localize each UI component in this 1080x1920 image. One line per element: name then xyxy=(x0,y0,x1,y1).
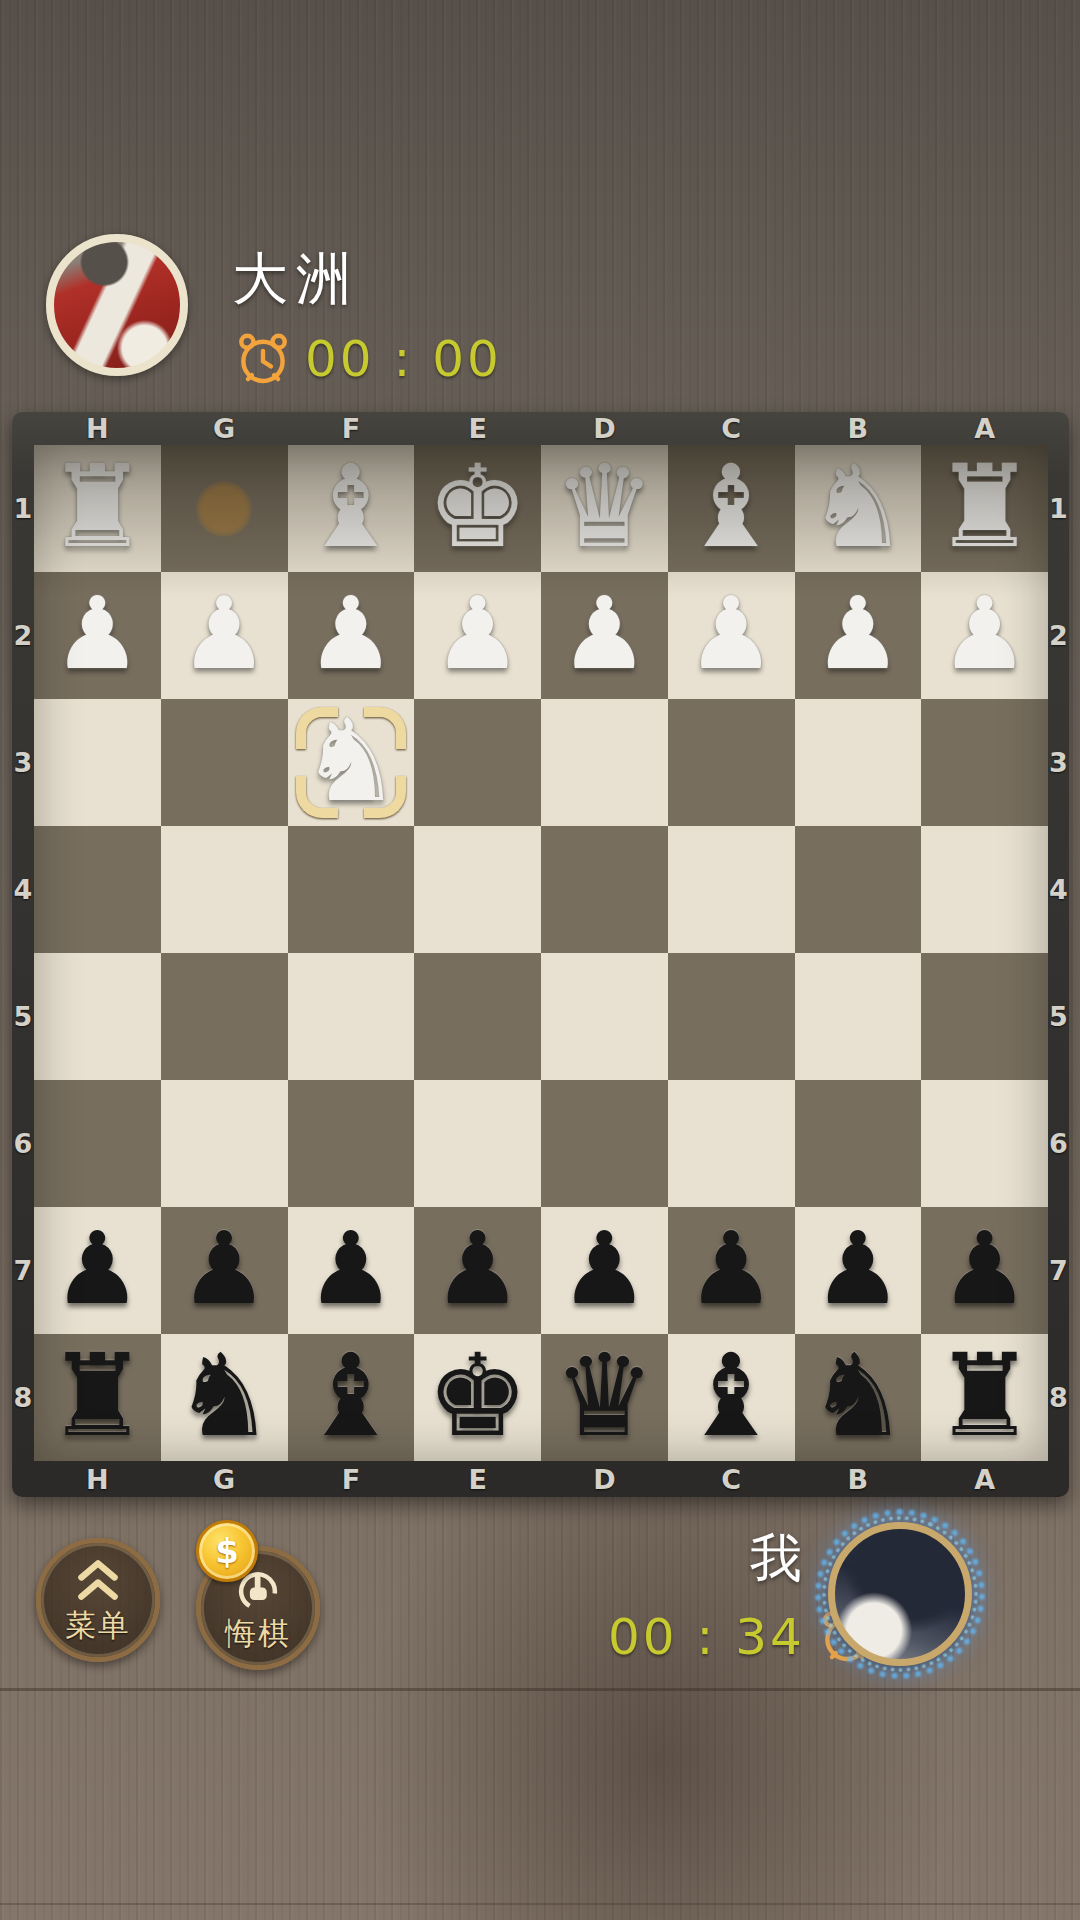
black-rook-h8[interactable]: ♜ xyxy=(46,1339,148,1453)
squares-grid: ♜♝♚♛♝♞♜♟♟♟♟♟♟♟♟♞♟♟♟♟♟♟♟♟♜♞♝♚♛♝♞♜ xyxy=(34,445,1048,1461)
double-chevron-up-icon xyxy=(72,1557,124,1603)
black-pawn-h7[interactable]: ♟ xyxy=(53,1219,143,1319)
file-label-a: A xyxy=(921,1461,1048,1497)
white-pawn-a2[interactable]: ♟ xyxy=(940,584,1030,684)
alarm-clock-icon xyxy=(235,331,291,387)
white-king-e1[interactable]: ♚ xyxy=(427,450,529,564)
rank-label-4: 4 xyxy=(1048,826,1069,953)
square-c7[interactable]: ♟ xyxy=(668,1207,795,1334)
square-c6[interactable] xyxy=(668,1080,795,1207)
square-h1[interactable]: ♜ xyxy=(34,445,161,572)
my-name: 我 xyxy=(750,1524,802,1594)
my-time: 00 : 34 xyxy=(608,1608,805,1666)
white-pawn-e2[interactable]: ♟ xyxy=(433,584,523,684)
rank-label-6: 6 xyxy=(12,1080,34,1207)
square-f3[interactable]: ♞ xyxy=(288,699,415,826)
square-e2[interactable]: ♟ xyxy=(414,572,541,699)
square-h8[interactable]: ♜ xyxy=(34,1334,161,1461)
rank-label-7: 7 xyxy=(1048,1207,1069,1334)
rank-labels-left: 12345678 xyxy=(12,445,34,1461)
rank-labels-right: 12345678 xyxy=(1048,445,1069,1461)
square-c8[interactable]: ♝ xyxy=(668,1334,795,1461)
white-pawn-b2[interactable]: ♟ xyxy=(813,584,903,684)
square-h7[interactable]: ♟ xyxy=(34,1207,161,1334)
square-e5[interactable] xyxy=(414,953,541,1080)
square-e3[interactable] xyxy=(414,699,541,826)
white-pawn-h2[interactable]: ♟ xyxy=(53,584,143,684)
rank-label-5: 5 xyxy=(12,953,34,1080)
rank-label-3: 3 xyxy=(12,699,34,826)
square-b5[interactable] xyxy=(795,953,922,1080)
file-label-g: G xyxy=(161,1461,288,1497)
square-g6[interactable] xyxy=(161,1080,288,1207)
chess-app-screen: 大洲 00 : 00 HGFEDCBA HGFEDCBA 12345678 12… xyxy=(0,0,1080,1920)
menu-button-label: 菜单 xyxy=(65,1605,131,1647)
rank-label-6: 6 xyxy=(1048,1080,1069,1207)
square-c1[interactable]: ♝ xyxy=(668,445,795,572)
square-h6[interactable] xyxy=(34,1080,161,1207)
chess-board: HGFEDCBA HGFEDCBA 12345678 12345678 ♜♝♚♛… xyxy=(12,412,1069,1497)
square-d2[interactable]: ♟ xyxy=(541,572,668,699)
square-g2[interactable]: ♟ xyxy=(161,572,288,699)
square-h5[interactable] xyxy=(34,953,161,1080)
square-a5[interactable] xyxy=(921,953,1048,1080)
square-e6[interactable] xyxy=(414,1080,541,1207)
square-a8[interactable]: ♜ xyxy=(921,1334,1048,1461)
rank-label-3: 3 xyxy=(1048,699,1069,826)
square-a7[interactable]: ♟ xyxy=(921,1207,1048,1334)
square-a1[interactable]: ♜ xyxy=(921,445,1048,572)
square-g4[interactable] xyxy=(161,826,288,953)
square-a4[interactable] xyxy=(921,826,1048,953)
square-b6[interactable] xyxy=(795,1080,922,1207)
square-h4[interactable] xyxy=(34,826,161,953)
black-pawn-b7[interactable]: ♟ xyxy=(813,1219,903,1319)
square-b8[interactable]: ♞ xyxy=(795,1334,922,1461)
white-queen-d1[interactable]: ♛ xyxy=(553,450,655,564)
file-label-b: B xyxy=(795,1461,922,1497)
opponent-clock: 00 : 00 xyxy=(235,330,502,388)
opponent-name: 大洲 xyxy=(232,242,360,318)
square-g5[interactable] xyxy=(161,953,288,1080)
black-bishop-c8[interactable]: ♝ xyxy=(680,1339,782,1453)
opponent-avatar[interactable] xyxy=(46,234,188,376)
square-f5[interactable] xyxy=(288,953,415,1080)
file-label-h: H xyxy=(34,1461,161,1497)
white-knight-b1[interactable]: ♞ xyxy=(807,450,909,564)
rank-label-7: 7 xyxy=(12,1207,34,1334)
black-bishop-f8[interactable]: ♝ xyxy=(300,1339,402,1453)
black-knight-g8[interactable]: ♞ xyxy=(173,1339,275,1453)
black-pawn-a7[interactable]: ♟ xyxy=(940,1219,1030,1319)
square-c3[interactable] xyxy=(668,699,795,826)
square-f1[interactable]: ♝ xyxy=(288,445,415,572)
white-pawn-g2[interactable]: ♟ xyxy=(179,584,269,684)
white-pawn-d2[interactable]: ♟ xyxy=(560,584,650,684)
opponent-time: 00 : 00 xyxy=(305,330,502,388)
square-d7[interactable]: ♟ xyxy=(541,1207,668,1334)
white-pawn-f2[interactable]: ♟ xyxy=(306,584,396,684)
square-g1[interactable] xyxy=(161,445,288,572)
file-label-g: G xyxy=(161,412,288,445)
white-pawn-c2[interactable]: ♟ xyxy=(686,584,776,684)
black-pawn-f7[interactable]: ♟ xyxy=(306,1219,396,1319)
square-h2[interactable]: ♟ xyxy=(34,572,161,699)
square-d6[interactable] xyxy=(541,1080,668,1207)
undo-button-label: 悔棋 xyxy=(225,1613,291,1655)
black-pawn-c7[interactable]: ♟ xyxy=(686,1219,776,1319)
white-rook-a1[interactable]: ♜ xyxy=(934,450,1036,564)
rank-label-4: 4 xyxy=(12,826,34,953)
rank-label-8: 8 xyxy=(1048,1334,1069,1461)
my-avatar[interactable] xyxy=(828,1522,972,1666)
black-queen-d8[interactable]: ♛ xyxy=(553,1339,655,1453)
square-d3[interactable] xyxy=(541,699,668,826)
square-e7[interactable]: ♟ xyxy=(414,1207,541,1334)
black-pawn-d7[interactable]: ♟ xyxy=(560,1219,650,1319)
square-d4[interactable] xyxy=(541,826,668,953)
black-pawn-e7[interactable]: ♟ xyxy=(433,1219,523,1319)
square-e4[interactable] xyxy=(414,826,541,953)
square-b1[interactable]: ♞ xyxy=(795,445,922,572)
black-king-e8[interactable]: ♚ xyxy=(427,1339,529,1453)
coin-dollar-symbol: $ xyxy=(215,1531,239,1571)
rank-label-1: 1 xyxy=(12,445,34,572)
square-a6[interactable] xyxy=(921,1080,1048,1207)
move-origin-dot xyxy=(196,481,252,537)
square-c5[interactable] xyxy=(668,953,795,1080)
square-g3[interactable] xyxy=(161,699,288,826)
square-f2[interactable]: ♟ xyxy=(288,572,415,699)
square-h3[interactable] xyxy=(34,699,161,826)
square-b2[interactable]: ♟ xyxy=(795,572,922,699)
square-f7[interactable]: ♟ xyxy=(288,1207,415,1334)
white-rook-h1[interactable]: ♜ xyxy=(46,450,148,564)
file-label-c: C xyxy=(668,1461,795,1497)
square-b7[interactable]: ♟ xyxy=(795,1207,922,1334)
black-pawn-g7[interactable]: ♟ xyxy=(179,1219,269,1319)
square-b3[interactable] xyxy=(795,699,922,826)
square-f8[interactable]: ♝ xyxy=(288,1334,415,1461)
rank-label-2: 2 xyxy=(12,572,34,699)
white-bishop-f1[interactable]: ♝ xyxy=(300,450,402,564)
square-d1[interactable]: ♛ xyxy=(541,445,668,572)
rank-label-2: 2 xyxy=(1048,572,1069,699)
square-g8[interactable]: ♞ xyxy=(161,1334,288,1461)
white-bishop-c1[interactable]: ♝ xyxy=(680,450,782,564)
square-c2[interactable]: ♟ xyxy=(668,572,795,699)
file-label-f: F xyxy=(288,1461,415,1497)
square-b4[interactable] xyxy=(795,826,922,953)
black-rook-a8[interactable]: ♜ xyxy=(934,1339,1036,1453)
black-knight-b8[interactable]: ♞ xyxy=(807,1339,909,1453)
square-g7[interactable]: ♟ xyxy=(161,1207,288,1334)
square-f4[interactable] xyxy=(288,826,415,953)
square-a3[interactable] xyxy=(921,699,1048,826)
square-d8[interactable]: ♛ xyxy=(541,1334,668,1461)
rank-label-8: 8 xyxy=(12,1334,34,1461)
square-f6[interactable] xyxy=(288,1080,415,1207)
square-e8[interactable]: ♚ xyxy=(414,1334,541,1461)
square-e1[interactable]: ♚ xyxy=(414,445,541,572)
wood-seam xyxy=(0,1688,1080,1691)
square-d5[interactable] xyxy=(541,953,668,1080)
rank-label-1: 1 xyxy=(1048,445,1069,572)
wood-seam xyxy=(0,1903,1080,1905)
file-labels-bottom: HGFEDCBA xyxy=(34,1461,1048,1497)
menu-button[interactable]: 菜单 xyxy=(36,1538,160,1662)
file-label-d: D xyxy=(541,1461,668,1497)
square-a2[interactable]: ♟ xyxy=(921,572,1048,699)
rank-label-5: 5 xyxy=(1048,953,1069,1080)
coin-icon: $ xyxy=(196,1520,258,1582)
file-label-e: E xyxy=(414,1461,541,1497)
square-c4[interactable] xyxy=(668,826,795,953)
